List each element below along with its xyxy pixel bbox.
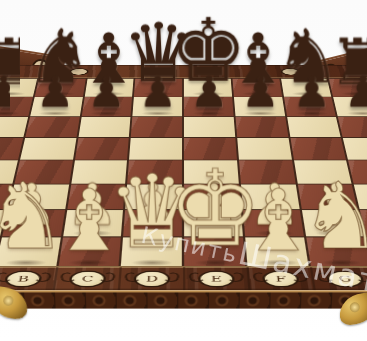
piece-cell-f7: ♟ [233,97,286,117]
piece-cell-d7: ♟ [131,97,183,117]
piece-black-pawn-b7: ♟ [35,71,74,114]
piece-black-pawn-c7: ♟ [87,71,126,114]
piece-cell-e7: ♟ [183,97,235,117]
file-cell-d: D [118,267,183,290]
board-perspective: ABCDEFGH ♜♞♝♛♚♝♞♜♟♟♟♟♟♟♟♟♟♟♟♟♟♟♟♟♜♞♝♛♚♝♞… [0,0,367,341]
piece-black-pawn-f7: ♟ [241,71,280,114]
file-label-d: D [133,270,170,287]
piece-black-pawn-d7: ♟ [138,71,177,114]
file-label-b: B [3,270,43,287]
file-label-c: C [68,270,106,287]
piece-black-pawn-e7: ♟ [189,71,228,114]
piece-cell-h7: ♟ [333,97,367,117]
board-apron [0,290,367,308]
piece-black-pawn-a7: ♟ [0,71,23,114]
piece-black-pawn-g7: ♟ [292,71,331,114]
file-label-e: E [198,270,235,287]
piece-cell-c7: ♟ [80,97,133,117]
piece-cell-b7: ♟ [28,97,83,117]
piece-cell-g7: ♟ [283,97,338,117]
chess-set-photo: ABCDEFGH ♜♞♝♛♚♝♞♜♟♟♟♟♟♟♟♟♟♟♟♟♟♟♟♟♜♞♝♛♚♝♞… [0,0,367,341]
file-cell-e: E [183,267,248,290]
file-cell-c: C [52,267,119,290]
piece-black-pawn-h7: ♟ [343,71,367,114]
